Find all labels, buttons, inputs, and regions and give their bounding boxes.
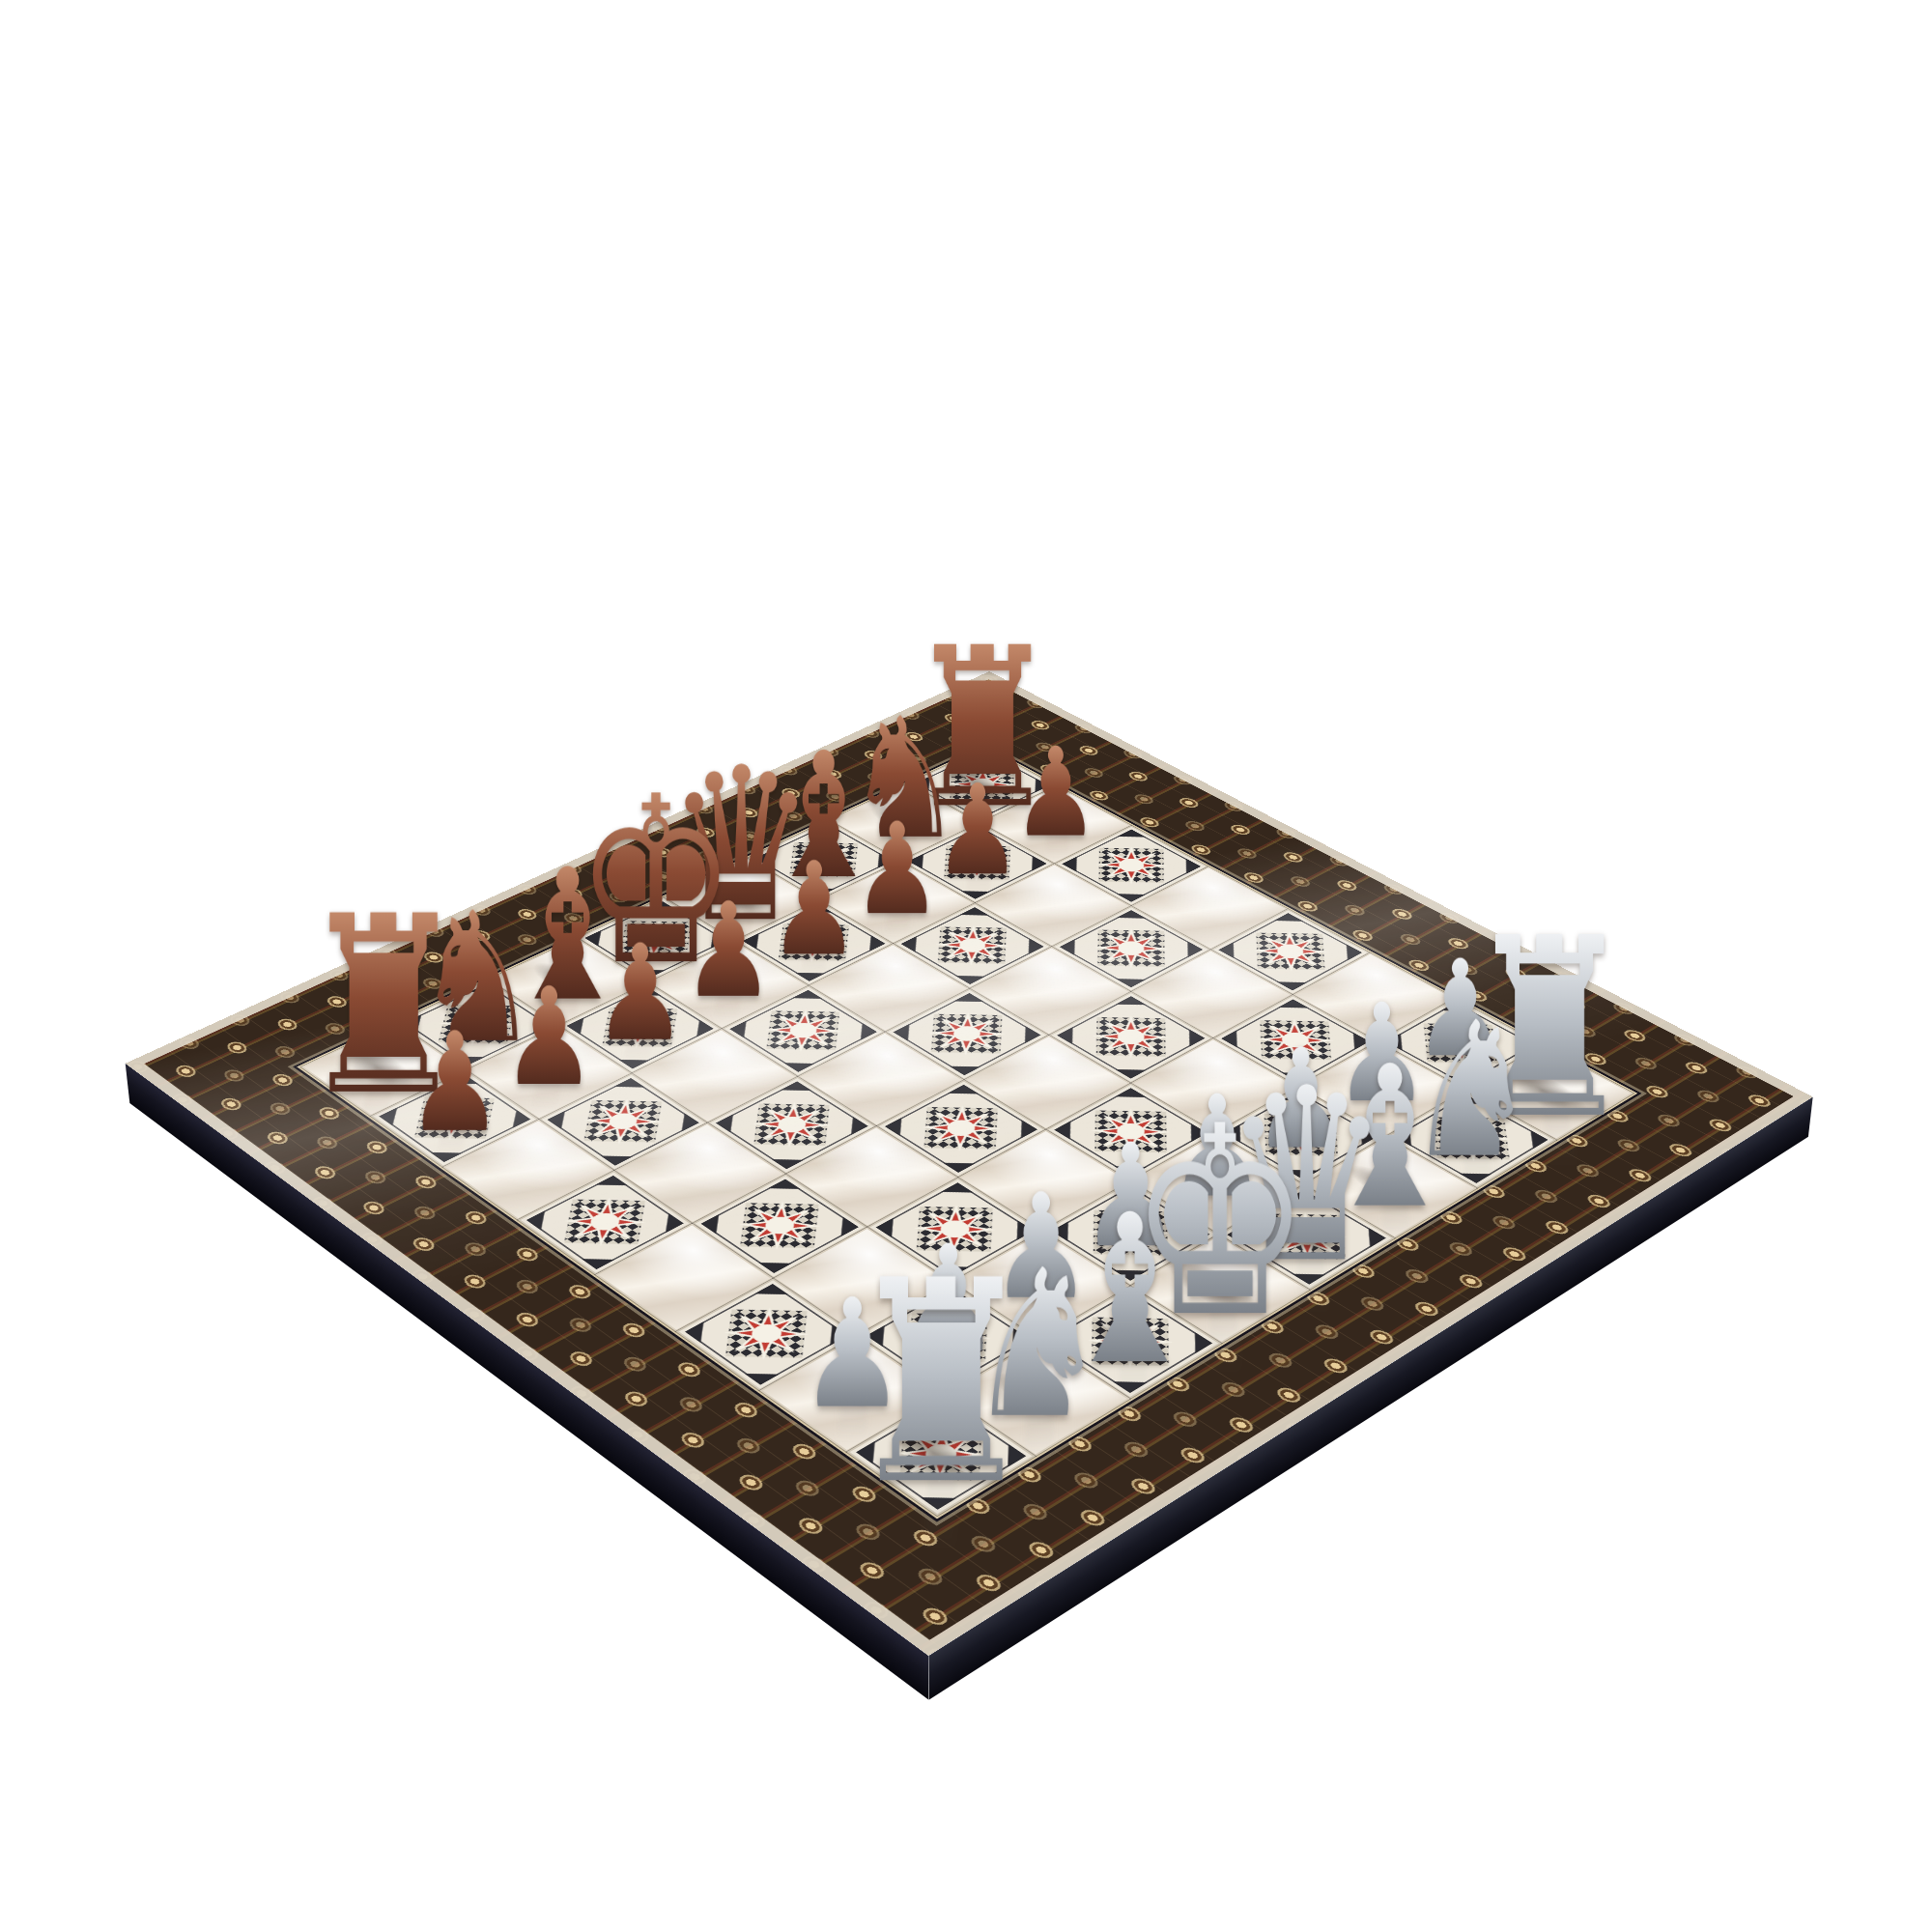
photo-background: { "game": "chess", "scene": "Decorative … <box>0 0 1932 1932</box>
chess-board: ♜♞♟♝♟♛♟♚♟♝♟♞♟♟♜♟♟♜♟♟♞♟♝♟♛♟♚♟♝♟♞♜ <box>126 671 1813 1656</box>
